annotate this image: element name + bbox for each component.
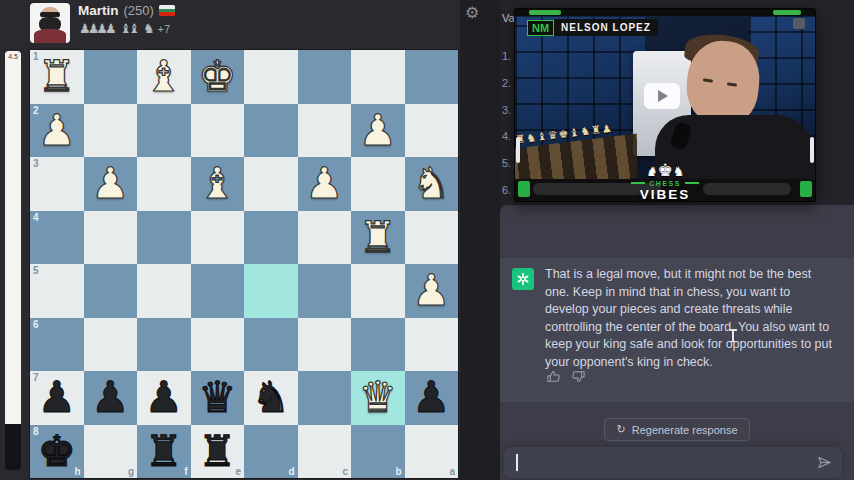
square-a2[interactable] <box>405 104 459 158</box>
assistant-avatar <box>512 268 534 290</box>
square-g8[interactable]: g <box>84 425 138 479</box>
rank-label-5: 5 <box>33 265 39 276</box>
square-f4[interactable] <box>137 211 191 265</box>
input-caret <box>516 454 518 471</box>
regenerate-label: Regenerate response <box>632 424 738 436</box>
green-piece-icon-right <box>800 181 812 197</box>
regenerate-response-button[interactable]: ↻ Regenerate response <box>604 418 749 441</box>
square-f1[interactable]: ♝ <box>137 50 191 104</box>
thumbs-down-button[interactable] <box>571 369 586 384</box>
square-b1[interactable] <box>351 50 405 104</box>
evaluation-white-fill <box>5 51 21 424</box>
captured-bishops: ♝♝ <box>120 21 137 36</box>
square-d1[interactable] <box>244 50 298 104</box>
square-a8[interactable]: a <box>405 425 459 479</box>
square-g5[interactable] <box>84 264 138 318</box>
opponent-info: Martin (250) <box>78 3 175 18</box>
bulgaria-flag-icon <box>159 5 175 16</box>
occluded-text-fragment: Va <box>502 12 515 24</box>
square-h4[interactable]: 4 <box>30 211 84 265</box>
square-h6[interactable]: 6 <box>30 318 84 372</box>
file-label-d: d <box>288 466 294 477</box>
white-pawn-g3[interactable]: ♟ <box>84 157 138 211</box>
square-c6[interactable] <box>298 318 352 372</box>
square-d6[interactable] <box>244 318 298 372</box>
square-f5[interactable] <box>137 264 191 318</box>
white-queen-b7[interactable]: ♛ <box>351 371 405 425</box>
square-g6[interactable] <box>84 318 138 372</box>
white-king-e1[interactable]: ♚ <box>191 50 245 104</box>
square-g2[interactable] <box>84 104 138 158</box>
square-a4[interactable] <box>405 211 459 265</box>
frame-bracket-right <box>810 137 814 163</box>
green-strip-right <box>773 10 801 15</box>
square-f3[interactable] <box>137 157 191 211</box>
square-f6[interactable] <box>137 318 191 372</box>
square-g1[interactable] <box>84 50 138 104</box>
black-king-h8[interactable]: ♚ <box>30 425 84 479</box>
file-label-b: b <box>395 466 401 477</box>
regenerate-wrap: ↻ Regenerate response <box>500 418 854 441</box>
square-d8[interactable]: d <box>244 425 298 479</box>
square-h5[interactable]: 5 <box>30 264 84 318</box>
square-c2[interactable] <box>298 104 352 158</box>
square-c5[interactable] <box>298 264 352 318</box>
black-rook-f8[interactable]: ♜ <box>137 425 191 479</box>
square-e4[interactable] <box>191 211 245 265</box>
white-bishop-f1[interactable]: ♝ <box>137 50 191 104</box>
square-h8[interactable]: 8h♚ <box>30 425 84 479</box>
black-pawn-f7[interactable]: ♟ <box>137 371 191 425</box>
rank-label-6: 6 <box>33 319 39 330</box>
list-number-fragment-5: 5. <box>502 157 511 169</box>
streamer-name: NELSON LOPEZ <box>554 19 658 36</box>
streamer-badge: NM NELSON LOPEZ <box>527 19 658 36</box>
white-bishop-e3[interactable]: ♝ <box>191 157 245 211</box>
square-a7[interactable]: ♟ <box>405 371 459 425</box>
logo-vibes-text: VIBES <box>617 188 713 202</box>
square-e8[interactable]: e♜ <box>191 425 245 479</box>
file-label-a: a <box>449 466 455 477</box>
black-queen-e7[interactable]: ♛ <box>191 371 245 425</box>
square-b7[interactable]: ♛ <box>351 371 405 425</box>
opponent-name[interactable]: Martin <box>78 3 119 18</box>
square-e5[interactable] <box>191 264 245 318</box>
square-h3[interactable]: 3 <box>30 157 84 211</box>
green-strip-left <box>529 10 561 15</box>
square-d2[interactable] <box>244 104 298 158</box>
settings-gear-icon[interactable]: ⚙ <box>465 3 479 22</box>
captured-pawns: ♟♟♟♟ <box>79 21 114 36</box>
square-g3[interactable]: ♟ <box>84 157 138 211</box>
square-e1[interactable]: ♚ <box>191 50 245 104</box>
square-d4[interactable] <box>244 211 298 265</box>
square-e2[interactable] <box>191 104 245 158</box>
square-h7[interactable]: 7♟ <box>30 371 84 425</box>
stream-video-overlay[interactable]: ♜♞♝♛♚♝♞♜♟ NM NELSON LOPEZ ♞♚♞ CHESS VIBE… <box>515 9 815 201</box>
captured-knight: ♞ <box>143 21 152 36</box>
white-pawn-b2[interactable]: ♟ <box>351 104 405 158</box>
black-pawn-g7[interactable]: ♟ <box>84 371 138 425</box>
list-number-fragment-1: 1. <box>502 50 511 62</box>
square-b5[interactable] <box>351 264 405 318</box>
square-e3[interactable]: ♝ <box>191 157 245 211</box>
white-pawn-a5[interactable]: ♟ <box>405 264 459 318</box>
chess-board[interactable]: 1♜♝♚2♟♟3♟♝♟♞4♜5♟67♟♟♟♛♞♛♟8h♚gf♜e♜dcba <box>30 50 458 478</box>
game-panel: Martin (250) ♟♟♟♟ ♝♝ ♞ +7 ⚙ 4.5 1♜♝♚2♟♟3… <box>0 0 460 480</box>
square-h2[interactable]: 2♟ <box>30 104 84 158</box>
square-d7[interactable]: ♞ <box>244 371 298 425</box>
logo-knight-right: ♞ <box>673 164 685 179</box>
black-pawn-h7[interactable]: ♟ <box>30 371 84 425</box>
logo-knight-left: ♞ <box>646 165 658 178</box>
logo-chess-text: CHESS <box>617 180 713 187</box>
list-number-fragment-6: 6. <box>502 184 511 196</box>
square-a6[interactable] <box>405 318 459 372</box>
white-knight-a3[interactable]: ♞ <box>405 157 459 211</box>
black-pawn-a7[interactable]: ♟ <box>405 371 459 425</box>
square-b4[interactable]: ♜ <box>351 211 405 265</box>
list-number-fragment-4: 4. <box>502 130 511 142</box>
square-g7[interactable]: ♟ <box>84 371 138 425</box>
square-e6[interactable] <box>191 318 245 372</box>
send-icon[interactable] <box>817 455 832 474</box>
chat-input[interactable] <box>504 447 842 478</box>
text-cursor <box>732 330 734 341</box>
material-advantage: +7 <box>158 23 171 35</box>
green-piece-icon-left <box>518 181 530 197</box>
chess-vibes-logo: ♞♚♞ CHESS VIBES <box>617 162 713 202</box>
list-number-fragment-3: 3. <box>502 104 511 116</box>
rank-label-3: 3 <box>33 158 39 169</box>
evaluation-value: 4.5 <box>5 53 21 60</box>
square-b2[interactable]: ♟ <box>351 104 405 158</box>
white-rook-b4[interactable]: ♜ <box>351 211 405 265</box>
square-c1[interactable] <box>298 50 352 104</box>
square-g4[interactable] <box>84 211 138 265</box>
square-c3[interactable]: ♟ <box>298 157 352 211</box>
square-c8[interactable]: c <box>298 425 352 479</box>
nm-title-badge: NM <box>527 20 554 36</box>
captured-pieces: ♟♟♟♟ ♝♝ ♞ +7 <box>79 21 170 36</box>
opponent-rating: (250) <box>124 3 154 18</box>
square-f7[interactable]: ♟ <box>137 371 191 425</box>
square-h1[interactable]: 1♜ <box>30 50 84 104</box>
square-a1[interactable] <box>405 50 459 104</box>
black-rook-e8[interactable]: ♜ <box>191 425 245 479</box>
square-f2[interactable] <box>137 104 191 158</box>
list-number-fragment-2: 2. <box>502 77 511 89</box>
logo-king: ♚ <box>657 160 672 180</box>
square-b6[interactable] <box>351 318 405 372</box>
square-b3[interactable] <box>351 157 405 211</box>
frame-bracket-left <box>516 137 520 163</box>
square-e7[interactable]: ♛ <box>191 371 245 425</box>
openai-logo-icon <box>516 272 530 286</box>
black-knight-d7[interactable]: ♞ <box>244 371 298 425</box>
square-a5[interactable]: ♟ <box>405 264 459 318</box>
avatar-shirt <box>34 29 66 43</box>
square-d3[interactable] <box>244 157 298 211</box>
white-rook-h1[interactable]: ♜ <box>30 50 84 104</box>
square-c7[interactable] <box>298 371 352 425</box>
square-c4[interactable] <box>298 211 352 265</box>
square-f8[interactable]: f♜ <box>137 425 191 479</box>
evaluation-bar: 4.5 <box>5 51 21 470</box>
square-d5[interactable] <box>244 264 298 318</box>
rank-label-4: 4 <box>33 212 39 223</box>
square-a3[interactable]: ♞ <box>405 157 459 211</box>
opponent-avatar[interactable] <box>30 3 70 43</box>
thumbs-up-button[interactable] <box>546 369 561 384</box>
square-b8[interactable]: b <box>351 425 405 479</box>
refresh-icon: ↻ <box>616 423 625 436</box>
white-pawn-h2[interactable]: ♟ <box>30 104 84 158</box>
assistant-message-text: That is a legal move, but it might not b… <box>545 266 837 372</box>
file-label-g: g <box>128 466 134 477</box>
file-label-c: c <box>342 466 348 477</box>
white-pawn-c3[interactable]: ♟ <box>298 157 352 211</box>
